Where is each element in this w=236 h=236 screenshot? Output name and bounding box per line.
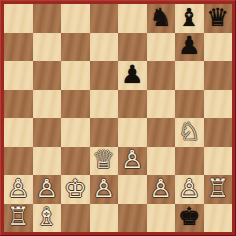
square-b1[interactable]: ♗: [33, 204, 62, 233]
square-e1[interactable]: [118, 204, 147, 233]
square-d8[interactable]: [90, 4, 119, 33]
square-d7[interactable]: [90, 33, 119, 62]
square-e4[interactable]: [118, 118, 147, 147]
white-knight-piece[interactable]: ♘: [178, 119, 200, 144]
white-pawn-piece[interactable]: ♙: [36, 176, 58, 201]
square-g4[interactable]: ♘: [175, 118, 204, 147]
square-a2[interactable]: ♙: [4, 175, 33, 204]
black-king-piece[interactable]: ♚: [178, 204, 200, 229]
square-b5[interactable]: [33, 90, 62, 119]
square-f4[interactable]: [147, 118, 176, 147]
square-a1[interactable]: ♖: [4, 204, 33, 233]
white-pawn-piece[interactable]: ♙: [150, 176, 172, 201]
white-pawn-piece[interactable]: ♙: [121, 147, 143, 172]
square-b8[interactable]: [33, 4, 62, 33]
black-pawn-piece[interactable]: ♟: [121, 62, 143, 87]
square-c4[interactable]: [61, 118, 90, 147]
square-g5[interactable]: [175, 90, 204, 119]
square-e3[interactable]: ♙: [118, 147, 147, 176]
square-a5[interactable]: [4, 90, 33, 119]
square-f6[interactable]: [147, 61, 176, 90]
square-a6[interactable]: [4, 61, 33, 90]
square-h6[interactable]: [204, 61, 233, 90]
white-queen-piece[interactable]: ♕: [93, 147, 115, 172]
black-queen-piece[interactable]: ♛: [207, 5, 229, 30]
square-h2[interactable]: ♖: [204, 175, 233, 204]
square-a8[interactable]: [4, 4, 33, 33]
square-c7[interactable]: [61, 33, 90, 62]
white-rook-piece[interactable]: ♖: [7, 204, 29, 229]
white-pawn-piece[interactable]: ♙: [178, 176, 200, 201]
square-d6[interactable]: [90, 61, 119, 90]
square-g8[interactable]: ♝: [175, 4, 204, 33]
square-d5[interactable]: [90, 90, 119, 119]
square-e7[interactable]: [118, 33, 147, 62]
square-h5[interactable]: [204, 90, 233, 119]
square-h1[interactable]: [204, 204, 233, 233]
square-g1[interactable]: ♚: [175, 204, 204, 233]
square-a3[interactable]: [4, 147, 33, 176]
square-b7[interactable]: [33, 33, 62, 62]
square-c2[interactable]: ♔: [61, 175, 90, 204]
square-d4[interactable]: [90, 118, 119, 147]
square-f3[interactable]: [147, 147, 176, 176]
square-d1[interactable]: [90, 204, 119, 233]
white-bishop-piece[interactable]: ♗: [36, 204, 58, 229]
black-bishop-piece[interactable]: ♝: [178, 5, 200, 30]
square-c5[interactable]: [61, 90, 90, 119]
black-pawn-piece[interactable]: ♟: [178, 33, 200, 58]
white-king-piece[interactable]: ♔: [64, 176, 86, 201]
square-f7[interactable]: [147, 33, 176, 62]
square-a4[interactable]: [4, 118, 33, 147]
square-g6[interactable]: [175, 61, 204, 90]
white-pawn-piece[interactable]: ♙: [7, 176, 29, 201]
square-f8[interactable]: ♞: [147, 4, 176, 33]
square-f5[interactable]: [147, 90, 176, 119]
square-c1[interactable]: [61, 204, 90, 233]
square-b4[interactable]: [33, 118, 62, 147]
square-e6[interactable]: ♟: [118, 61, 147, 90]
chess-board-frame: ♞♝♛♟♟♘♕♙♙♙♔♙♙♙♖♖♗♚: [0, 0, 236, 236]
black-knight-piece[interactable]: ♞: [150, 5, 172, 30]
square-g7[interactable]: ♟: [175, 33, 204, 62]
square-d3[interactable]: ♕: [90, 147, 119, 176]
square-f1[interactable]: [147, 204, 176, 233]
square-g3[interactable]: [175, 147, 204, 176]
square-h4[interactable]: [204, 118, 233, 147]
chess-board: ♞♝♛♟♟♘♕♙♙♙♔♙♙♙♖♖♗♚: [4, 4, 232, 232]
square-a7[interactable]: [4, 33, 33, 62]
square-f2[interactable]: ♙: [147, 175, 176, 204]
square-d2[interactable]: ♙: [90, 175, 119, 204]
white-pawn-piece[interactable]: ♙: [93, 176, 115, 201]
square-h7[interactable]: [204, 33, 233, 62]
square-e8[interactable]: [118, 4, 147, 33]
square-c3[interactable]: [61, 147, 90, 176]
square-c8[interactable]: [61, 4, 90, 33]
square-b3[interactable]: [33, 147, 62, 176]
square-g2[interactable]: ♙: [175, 175, 204, 204]
square-h8[interactable]: ♛: [204, 4, 233, 33]
white-rook-piece[interactable]: ♖: [207, 176, 229, 201]
square-b6[interactable]: [33, 61, 62, 90]
square-h3[interactable]: [204, 147, 233, 176]
square-c6[interactable]: [61, 61, 90, 90]
square-e2[interactable]: [118, 175, 147, 204]
square-e5[interactable]: [118, 90, 147, 119]
square-b2[interactable]: ♙: [33, 175, 62, 204]
